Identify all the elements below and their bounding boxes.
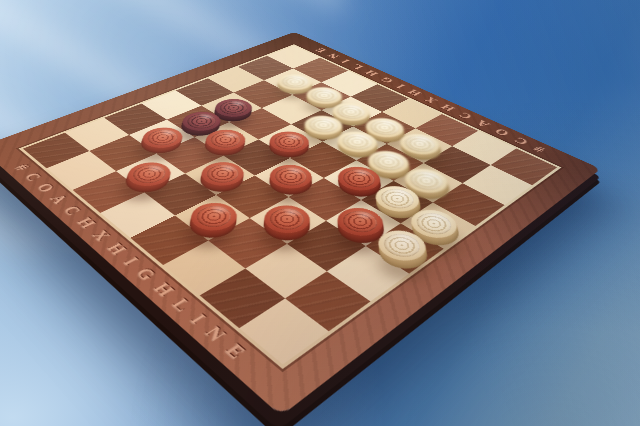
photo-scene: #COACHXHIGHLINE #COACHXHIGHLINE [0, 0, 640, 426]
board-wrap: #COACHXHIGHLINE #COACHXHIGHLINE [0, 32, 601, 416]
checkers-board: #COACHXHIGHLINE #COACHXHIGHLINE [0, 32, 601, 416]
board-grid [19, 44, 562, 369]
